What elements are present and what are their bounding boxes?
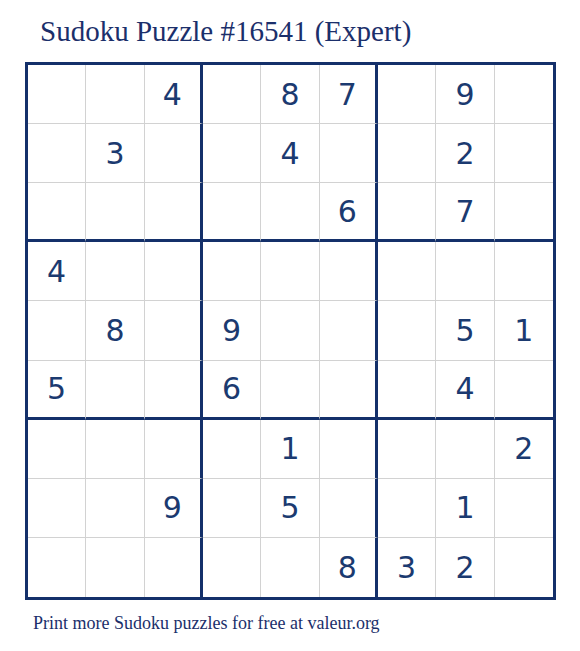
sudoku-cell-r4c7 bbox=[378, 242, 436, 301]
sudoku-cell-r9c5 bbox=[261, 538, 319, 597]
sudoku-cell-r8c7 bbox=[378, 479, 436, 538]
sudoku-cell-r6c3 bbox=[145, 361, 203, 420]
sudoku-cell-r7c5: 1 bbox=[261, 420, 319, 479]
sudoku-cell-r4c2 bbox=[86, 242, 144, 301]
sudoku-cell-r6c9 bbox=[495, 361, 553, 420]
sudoku-cell-r1c6: 7 bbox=[320, 65, 378, 124]
sudoku-cell-r3c4 bbox=[203, 183, 261, 242]
sudoku-cell-r3c1 bbox=[28, 183, 86, 242]
sudoku-cell-r5c7 bbox=[378, 301, 436, 360]
sudoku-cell-r5c8: 5 bbox=[436, 301, 494, 360]
sudoku-cell-r6c6 bbox=[320, 361, 378, 420]
sudoku-cell-r2c4 bbox=[203, 124, 261, 183]
sudoku-cell-r3c2 bbox=[86, 183, 144, 242]
sudoku-cell-r2c2: 3 bbox=[86, 124, 144, 183]
sudoku-cell-r3c9 bbox=[495, 183, 553, 242]
sudoku-cell-r8c9 bbox=[495, 479, 553, 538]
sudoku-board: 4879342674895156412951832 bbox=[25, 62, 556, 600]
sudoku-cell-r9c6: 8 bbox=[320, 538, 378, 597]
sudoku-cell-r5c9: 1 bbox=[495, 301, 553, 360]
sudoku-cell-r8c4 bbox=[203, 479, 261, 538]
sudoku-cell-r8c1 bbox=[28, 479, 86, 538]
footer-text: Print more Sudoku puzzles for free at va… bbox=[33, 613, 380, 634]
sudoku-cell-r4c9 bbox=[495, 242, 553, 301]
sudoku-cell-r9c8: 2 bbox=[436, 538, 494, 597]
sudoku-cell-r3c6: 6 bbox=[320, 183, 378, 242]
sudoku-cell-r2c7 bbox=[378, 124, 436, 183]
sudoku-cell-r7c4 bbox=[203, 420, 261, 479]
sudoku-cell-r7c2 bbox=[86, 420, 144, 479]
sudoku-cell-r1c3: 4 bbox=[145, 65, 203, 124]
sudoku-cell-r5c4: 9 bbox=[203, 301, 261, 360]
sudoku-cell-r7c8 bbox=[436, 420, 494, 479]
sudoku-cell-r4c5 bbox=[261, 242, 319, 301]
sudoku-cell-r7c7 bbox=[378, 420, 436, 479]
sudoku-print-page: Sudoku Puzzle #16541 (Expert) 4879342674… bbox=[0, 0, 580, 651]
sudoku-cell-r5c5 bbox=[261, 301, 319, 360]
sudoku-cell-r3c7 bbox=[378, 183, 436, 242]
sudoku-cell-r5c6 bbox=[320, 301, 378, 360]
sudoku-cell-r2c9 bbox=[495, 124, 553, 183]
sudoku-cell-r6c4: 6 bbox=[203, 361, 261, 420]
sudoku-cell-r3c3 bbox=[145, 183, 203, 242]
sudoku-cell-r6c1: 5 bbox=[28, 361, 86, 420]
sudoku-cell-r1c2 bbox=[86, 65, 144, 124]
sudoku-cell-r4c4 bbox=[203, 242, 261, 301]
sudoku-cell-r8c5: 5 bbox=[261, 479, 319, 538]
sudoku-cell-r6c5 bbox=[261, 361, 319, 420]
sudoku-cell-r4c8 bbox=[436, 242, 494, 301]
sudoku-cell-r2c8: 2 bbox=[436, 124, 494, 183]
sudoku-cell-r4c6 bbox=[320, 242, 378, 301]
sudoku-cell-r1c9 bbox=[495, 65, 553, 124]
sudoku-cell-r9c1 bbox=[28, 538, 86, 597]
sudoku-cell-r2c6 bbox=[320, 124, 378, 183]
sudoku-cell-r5c1 bbox=[28, 301, 86, 360]
sudoku-cell-r6c7 bbox=[378, 361, 436, 420]
sudoku-cell-r7c6 bbox=[320, 420, 378, 479]
sudoku-cell-r2c3 bbox=[145, 124, 203, 183]
sudoku-cell-r3c8: 7 bbox=[436, 183, 494, 242]
sudoku-cell-r7c9: 2 bbox=[495, 420, 553, 479]
sudoku-cell-r7c3 bbox=[145, 420, 203, 479]
sudoku-cell-r9c4 bbox=[203, 538, 261, 597]
sudoku-cell-r6c2 bbox=[86, 361, 144, 420]
sudoku-cell-r9c2 bbox=[86, 538, 144, 597]
sudoku-cell-r1c1 bbox=[28, 65, 86, 124]
sudoku-cell-r4c1: 4 bbox=[28, 242, 86, 301]
sudoku-cell-r5c2: 8 bbox=[86, 301, 144, 360]
sudoku-cell-r1c8: 9 bbox=[436, 65, 494, 124]
sudoku-cell-r1c5: 8 bbox=[261, 65, 319, 124]
sudoku-cell-r8c2 bbox=[86, 479, 144, 538]
sudoku-cell-r8c8: 1 bbox=[436, 479, 494, 538]
sudoku-cell-r8c6 bbox=[320, 479, 378, 538]
page-title: Sudoku Puzzle #16541 (Expert) bbox=[40, 14, 411, 48]
sudoku-cell-r9c7: 3 bbox=[378, 538, 436, 597]
sudoku-cell-r9c9 bbox=[495, 538, 553, 597]
sudoku-cell-r9c3 bbox=[145, 538, 203, 597]
sudoku-cell-r7c1 bbox=[28, 420, 86, 479]
sudoku-cell-r8c3: 9 bbox=[145, 479, 203, 538]
sudoku-cell-r2c1 bbox=[28, 124, 86, 183]
sudoku-cell-r6c8: 4 bbox=[436, 361, 494, 420]
sudoku-cell-r1c7 bbox=[378, 65, 436, 124]
sudoku-cell-r3c5 bbox=[261, 183, 319, 242]
sudoku-cell-r1c4 bbox=[203, 65, 261, 124]
sudoku-cell-r4c3 bbox=[145, 242, 203, 301]
sudoku-cell-r2c5: 4 bbox=[261, 124, 319, 183]
sudoku-cell-r5c3 bbox=[145, 301, 203, 360]
